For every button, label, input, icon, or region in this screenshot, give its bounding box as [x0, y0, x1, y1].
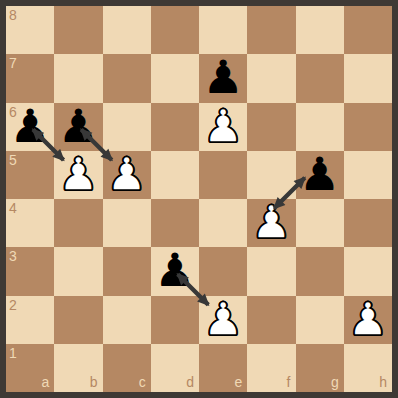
square-e3[interactable] — [199, 247, 247, 295]
square-d6[interactable] — [151, 103, 199, 151]
square-g4[interactable] — [296, 199, 344, 247]
square-g3[interactable] — [296, 247, 344, 295]
square-a6[interactable]: 6♟ — [6, 103, 54, 151]
square-g6[interactable] — [296, 103, 344, 151]
square-h4[interactable] — [344, 199, 392, 247]
square-b5[interactable]: ♟ — [54, 151, 102, 199]
square-b4[interactable] — [54, 199, 102, 247]
square-e7[interactable]: ♟ — [199, 54, 247, 102]
rank-label-3: 3 — [9, 249, 17, 263]
square-f2[interactable] — [247, 296, 295, 344]
file-label-d: d — [186, 375, 194, 389]
rank-label-2: 2 — [9, 298, 17, 312]
square-g8[interactable] — [296, 6, 344, 54]
square-e4[interactable] — [199, 199, 247, 247]
square-d8[interactable] — [151, 6, 199, 54]
square-f6[interactable] — [247, 103, 295, 151]
square-h2[interactable]: ♟ — [344, 296, 392, 344]
square-c4[interactable] — [103, 199, 151, 247]
white-pawn-f4[interactable]: ♟ — [251, 198, 292, 246]
square-e6[interactable]: ♟ — [199, 103, 247, 151]
white-pawn-e6[interactable]: ♟ — [203, 102, 244, 150]
square-d5[interactable] — [151, 151, 199, 199]
square-a1[interactable]: 1a — [6, 344, 54, 392]
square-f5[interactable] — [247, 151, 295, 199]
square-e2[interactable]: ♟ — [199, 296, 247, 344]
rank-label-8: 8 — [9, 8, 17, 22]
square-c3[interactable] — [103, 247, 151, 295]
square-h3[interactable] — [344, 247, 392, 295]
square-h5[interactable] — [344, 151, 392, 199]
square-g2[interactable] — [296, 296, 344, 344]
square-b2[interactable] — [54, 296, 102, 344]
white-pawn-h2[interactable]: ♟ — [347, 295, 388, 343]
black-pawn-e7[interactable]: ♟ — [203, 53, 244, 101]
square-b7[interactable] — [54, 54, 102, 102]
rank-label-1: 1 — [9, 346, 17, 360]
rank-label-5: 5 — [9, 153, 17, 167]
square-d4[interactable] — [151, 199, 199, 247]
square-h6[interactable] — [344, 103, 392, 151]
square-h8[interactable] — [344, 6, 392, 54]
square-a4[interactable]: 4 — [6, 199, 54, 247]
square-b6[interactable]: ♟ — [54, 103, 102, 151]
square-f1[interactable]: f — [247, 344, 295, 392]
square-e5[interactable] — [199, 151, 247, 199]
square-c1[interactable]: c — [103, 344, 151, 392]
file-label-e: e — [234, 375, 242, 389]
square-g5[interactable]: ♟ — [296, 151, 344, 199]
square-c7[interactable] — [103, 54, 151, 102]
file-label-b: b — [90, 375, 98, 389]
black-pawn-d3[interactable]: ♟ — [154, 246, 195, 294]
file-label-g: g — [331, 375, 339, 389]
square-d1[interactable]: d — [151, 344, 199, 392]
square-a7[interactable]: 7 — [6, 54, 54, 102]
square-g1[interactable]: g — [296, 344, 344, 392]
square-f3[interactable] — [247, 247, 295, 295]
square-d2[interactable] — [151, 296, 199, 344]
square-h7[interactable] — [344, 54, 392, 102]
square-f8[interactable] — [247, 6, 295, 54]
square-f4[interactable]: ♟ — [247, 199, 295, 247]
rank-label-4: 4 — [9, 201, 17, 215]
black-pawn-a6[interactable]: ♟ — [10, 102, 51, 150]
black-pawn-b6[interactable]: ♟ — [58, 102, 99, 150]
square-c6[interactable] — [103, 103, 151, 151]
rank-label-7: 7 — [9, 56, 17, 70]
square-a8[interactable]: 8 — [6, 6, 54, 54]
file-label-c: c — [139, 375, 146, 389]
square-d3[interactable]: ♟ — [151, 247, 199, 295]
white-pawn-c5[interactable]: ♟ — [106, 150, 147, 198]
square-e1[interactable]: e — [199, 344, 247, 392]
white-pawn-e2[interactable]: ♟ — [203, 295, 244, 343]
square-a5[interactable]: 5 — [6, 151, 54, 199]
square-d7[interactable] — [151, 54, 199, 102]
square-c2[interactable] — [103, 296, 151, 344]
square-e8[interactable] — [199, 6, 247, 54]
square-f7[interactable] — [247, 54, 295, 102]
square-b1[interactable]: b — [54, 344, 102, 392]
square-h1[interactable]: h — [344, 344, 392, 392]
white-pawn-b5[interactable]: ♟ — [58, 150, 99, 198]
square-c5[interactable]: ♟ — [103, 151, 151, 199]
square-g7[interactable] — [296, 54, 344, 102]
file-label-a: a — [41, 375, 49, 389]
black-pawn-g5[interactable]: ♟ — [299, 150, 340, 198]
square-b8[interactable] — [54, 6, 102, 54]
file-label-f: f — [287, 375, 291, 389]
square-c8[interactable] — [103, 6, 151, 54]
chess-board: 87♟6♟♟♟5♟♟♟4♟3♟2♟♟1abcdefgh — [6, 6, 392, 392]
chess-board-frame: 87♟6♟♟♟5♟♟♟4♟3♟2♟♟1abcdefgh — [0, 0, 398, 398]
square-b3[interactable] — [54, 247, 102, 295]
square-a3[interactable]: 3 — [6, 247, 54, 295]
file-label-h: h — [379, 375, 387, 389]
square-a2[interactable]: 2 — [6, 296, 54, 344]
